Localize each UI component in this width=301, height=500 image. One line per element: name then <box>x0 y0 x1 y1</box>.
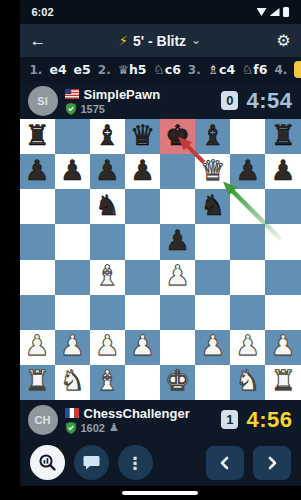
home-indicator[interactable] <box>122 491 198 495</box>
player-name: ChessChallenger <box>84 406 190 421</box>
black-knight: ♞ <box>200 192 225 220</box>
square-g2[interactable]: ♟ <box>230 330 265 365</box>
square-g5[interactable] <box>230 224 265 259</box>
square-e1[interactable]: ♚ <box>160 365 195 400</box>
square-c3[interactable] <box>90 295 125 330</box>
white-pawn: ♟ <box>25 332 50 360</box>
white-bishop: ♝ <box>95 262 120 290</box>
black-pawn: ♟ <box>270 157 295 185</box>
back-arrow-icon[interactable]: ← <box>30 31 64 51</box>
game-mode-selector[interactable]: ⚡ 5' - Blitz ⌄ <box>64 33 257 49</box>
us-flag-icon <box>65 89 79 99</box>
player-info[interactable]: SimplePawn 1575 <box>65 87 222 115</box>
square-h5[interactable] <box>265 224 300 259</box>
white-pawn: ♟ <box>95 332 120 360</box>
captured-pawn-icon: ♟ <box>109 422 119 433</box>
app-screen: 6:02 ← ⚡ 5' - Blitz ⌄ ⚙ 1.e4e52.♕h5♘c63.… <box>20 0 301 500</box>
square-g7[interactable]: ♟ <box>230 154 265 189</box>
move-number: 3. <box>188 63 201 77</box>
square-b5[interactable] <box>55 224 90 259</box>
avatar[interactable]: CH <box>28 405 58 435</box>
square-d8[interactable]: ♛ <box>125 119 160 154</box>
white-rook: ♜ <box>270 367 295 395</box>
next-move-button[interactable] <box>253 446 291 480</box>
square-b4[interactable] <box>55 260 90 295</box>
square-c5[interactable] <box>90 224 125 259</box>
move[interactable]: ♗c4 <box>208 62 235 77</box>
square-b7[interactable]: ♟ <box>55 154 90 189</box>
chevron-down-icon: ⌄ <box>191 33 201 47</box>
square-g3[interactable] <box>230 295 265 330</box>
bottom-toolbar: ⋮ <box>20 439 301 486</box>
square-c8[interactable]: ♝ <box>90 119 125 154</box>
player-row-top: SI SimplePawn 1575 <box>20 82 301 119</box>
square-h1[interactable]: ♜ <box>265 365 300 400</box>
black-pawn: ♟ <box>130 157 155 185</box>
status-time: 6:02 <box>32 6 54 18</box>
square-f3[interactable] <box>195 295 230 330</box>
square-c2[interactable]: ♟ <box>90 330 125 365</box>
square-a4[interactable] <box>20 260 55 295</box>
status-bar: 6:02 <box>20 0 301 24</box>
square-g8[interactable] <box>230 119 265 154</box>
analysis-button[interactable] <box>30 445 65 480</box>
square-e6[interactable] <box>160 189 195 224</box>
square-h2[interactable]: ♟ <box>265 330 300 365</box>
square-f8[interactable]: ♝ <box>195 119 230 154</box>
status-icons <box>257 7 289 17</box>
board-grid: ♜♝♛♚♝♜♟♟♟♟♛♟♟♞♞♟♝♟♟♟♟♟♟♟♟♜♞♝♚♞♜ <box>20 119 301 400</box>
square-a8[interactable]: ♜ <box>20 119 55 154</box>
white-knight: ♞ <box>235 367 260 395</box>
square-d6[interactable] <box>125 189 160 224</box>
chat-button[interactable] <box>74 445 109 480</box>
square-a3[interactable] <box>20 295 55 330</box>
white-bishop: ♝ <box>95 367 120 395</box>
score-badge: 1 <box>221 410 238 429</box>
square-b6[interactable] <box>55 189 90 224</box>
white-pawn: ♟ <box>270 332 295 360</box>
black-king: ♚ <box>165 122 190 150</box>
player-clock: 4:56 <box>246 407 292 433</box>
square-h6[interactable] <box>265 189 300 224</box>
square-c1[interactable]: ♝ <box>90 365 125 400</box>
white-pawn: ♟ <box>165 262 190 290</box>
square-e7[interactable] <box>160 154 195 189</box>
square-b1[interactable]: ♞ <box>55 365 90 400</box>
player-info[interactable]: ChessChallenger 1602 ♟ <box>65 406 222 434</box>
player-name: SimplePawn <box>84 87 161 102</box>
verified-shield-icon <box>65 103 77 115</box>
square-d7[interactable]: ♟ <box>125 154 160 189</box>
black-rook: ♜ <box>25 122 50 150</box>
white-king: ♚ <box>165 367 190 395</box>
black-pawn: ♟ <box>25 157 50 185</box>
square-c7[interactable]: ♟ <box>90 154 125 189</box>
square-d4[interactable] <box>125 260 160 295</box>
square-g6[interactable] <box>230 189 265 224</box>
square-g1[interactable]: ♞ <box>230 365 265 400</box>
square-b8[interactable] <box>55 119 90 154</box>
player-rating: 1575 <box>81 103 105 115</box>
analysis-magnifier-icon <box>38 453 57 472</box>
square-h3[interactable] <box>265 295 300 330</box>
move-list[interactable]: 1.e4e52.♕h5♘c63.♗c4♘f64.♕xf7# <box>20 57 301 82</box>
square-g4[interactable] <box>230 260 265 295</box>
game-mode-title: 5' - Blitz <box>133 33 186 49</box>
square-f7[interactable]: ♛ <box>195 154 230 189</box>
kebab-menu-icon: ⋮ <box>127 453 144 473</box>
move[interactable]: ♘c6 <box>154 62 181 77</box>
chess-board: ♜♝♛♚♝♜♟♟♟♟♛♟♟♞♞♟♝♟♟♟♟♟♟♟♟♜♞♝♚♞♜ <box>20 119 301 400</box>
black-pawn: ♟ <box>165 227 190 255</box>
white-knight: ♞ <box>60 367 85 395</box>
chat-bubble-icon <box>83 455 100 471</box>
square-f6[interactable]: ♞ <box>195 189 230 224</box>
black-pawn: ♟ <box>95 157 120 185</box>
square-d1[interactable] <box>125 365 160 400</box>
white-pawn: ♟ <box>200 332 225 360</box>
white-pawn: ♟ <box>130 332 155 360</box>
battery-icon <box>283 7 289 17</box>
black-pawn: ♟ <box>235 157 260 185</box>
square-b2[interactable]: ♟ <box>55 330 90 365</box>
score-badge: 0 <box>221 91 238 110</box>
square-f4[interactable] <box>195 260 230 295</box>
signal-icon <box>270 8 280 16</box>
player-rating: 1602 <box>81 422 105 434</box>
square-a6[interactable] <box>20 189 55 224</box>
gear-icon[interactable]: ⚙ <box>257 31 291 50</box>
square-a7[interactable]: ♟ <box>20 154 55 189</box>
square-f1[interactable] <box>195 365 230 400</box>
player-clock: 4:54 <box>246 88 292 114</box>
move-number: 1. <box>30 63 43 77</box>
black-pawn: ♟ <box>60 157 85 185</box>
square-e8[interactable]: ♚ <box>160 119 195 154</box>
square-d5[interactable] <box>125 224 160 259</box>
square-h4[interactable] <box>265 260 300 295</box>
square-h7[interactable]: ♟ <box>265 154 300 189</box>
lightning-bolt-icon: ⚡ <box>119 33 128 48</box>
square-c4[interactable]: ♝ <box>90 260 125 295</box>
move[interactable]: ♕h5 <box>118 62 147 77</box>
black-queen: ♛ <box>130 122 155 150</box>
square-c6[interactable]: ♞ <box>90 189 125 224</box>
square-d3[interactable] <box>125 295 160 330</box>
black-rook: ♜ <box>270 122 295 150</box>
move[interactable]: e5 <box>74 62 91 77</box>
fr-flag-icon <box>65 408 79 418</box>
white-pawn: ♟ <box>60 332 85 360</box>
square-e5[interactable]: ♟ <box>160 224 195 259</box>
verified-shield-icon <box>65 422 77 434</box>
chevron-left-icon <box>217 455 233 471</box>
move-number: 4. <box>274 63 287 77</box>
white-queen: ♛ <box>200 157 225 185</box>
app-bar: ← ⚡ 5' - Blitz ⌄ ⚙ <box>20 24 301 57</box>
player-row-bottom: CH ChessChallenger 1602 ♟ 1 4: <box>20 400 301 439</box>
square-e4[interactable]: ♟ <box>160 260 195 295</box>
square-e2[interactable] <box>160 330 195 365</box>
square-f5[interactable] <box>195 224 230 259</box>
white-rook: ♜ <box>25 367 50 395</box>
black-knight: ♞ <box>95 192 120 220</box>
square-a2[interactable]: ♟ <box>20 330 55 365</box>
move[interactable]: e4 <box>49 62 66 77</box>
black-bishop: ♝ <box>200 122 225 150</box>
home-indicator-area <box>20 486 301 500</box>
square-b3[interactable] <box>55 295 90 330</box>
white-pawn: ♟ <box>235 332 260 360</box>
square-a5[interactable] <box>20 224 55 259</box>
previous-move-button[interactable] <box>206 446 244 480</box>
move[interactable]: ♘f6 <box>242 62 267 77</box>
avatar[interactable]: SI <box>28 86 58 116</box>
move-number: 2. <box>98 63 111 77</box>
square-d2[interactable]: ♟ <box>125 330 160 365</box>
square-f2[interactable]: ♟ <box>195 330 230 365</box>
chevron-right-icon <box>264 455 280 471</box>
more-options-button[interactable]: ⋮ <box>118 445 153 480</box>
black-bishop: ♝ <box>95 122 120 150</box>
square-e3[interactable] <box>160 295 195 330</box>
square-a1[interactable]: ♜ <box>20 365 55 400</box>
move[interactable]: ♕xf7# <box>294 61 300 78</box>
square-h8[interactable]: ♜ <box>265 119 300 154</box>
wifi-icon <box>257 8 267 16</box>
